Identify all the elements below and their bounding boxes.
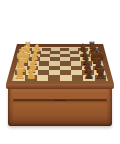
piece-black-rook[interactable]: ♜ <box>94 67 106 81</box>
chess-board: ♜♟♟♜♞♟♟♞♝♟♟♝♛♟♟♛♚♟♟♚♝♟♟♝♞♟♟♞♜♟♟♜ <box>6 44 114 90</box>
pieces-layer: ♜♟♟♜♞♟♟♞♝♟♟♝♛♟♟♛♚♟♟♚♝♟♟♝♞♟♟♞♜♟♟♜ <box>6 44 114 90</box>
drawer-pull-notch[interactable] <box>54 100 66 102</box>
piece-white-rook[interactable]: ♜ <box>13 67 25 81</box>
drawer-front[interactable] <box>12 101 108 122</box>
chess-set-photo: ♜♟♟♜♞♟♟♞♝♟♟♝♛♟♟♛♚♟♟♚♝♟♟♝♞♟♟♞♜♟♟♜ <box>0 0 120 144</box>
piece-white-pawn[interactable]: ♟ <box>26 69 36 80</box>
storage-chest <box>8 87 112 126</box>
piece-black-pawn[interactable]: ♟ <box>84 69 94 80</box>
